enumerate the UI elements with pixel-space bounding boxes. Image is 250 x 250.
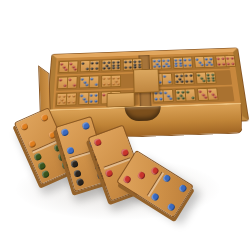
pip <box>176 91 179 94</box>
boxed-domino[interactable] <box>215 55 236 67</box>
pip <box>61 128 70 137</box>
pip <box>217 63 220 65</box>
pip <box>183 58 186 60</box>
pip <box>67 101 70 104</box>
pip <box>80 94 83 97</box>
pip <box>211 93 214 96</box>
pip <box>207 76 210 79</box>
pip <box>167 65 170 67</box>
pip <box>117 67 120 69</box>
finger-notch <box>125 106 161 121</box>
latch-block-2 <box>107 92 135 107</box>
pip <box>176 81 179 84</box>
pip <box>197 74 200 77</box>
domino-half <box>79 93 88 104</box>
pip <box>226 57 229 59</box>
pip <box>40 113 49 122</box>
pip <box>81 62 84 64</box>
pip <box>211 73 214 76</box>
pip <box>189 64 192 66</box>
pip <box>114 80 117 83</box>
pip <box>28 140 37 149</box>
pip <box>72 101 75 104</box>
domino-half <box>183 73 193 84</box>
pip <box>168 81 171 84</box>
domino-half <box>80 77 89 88</box>
boxed-domino[interactable] <box>194 56 215 68</box>
pip <box>95 100 98 103</box>
pip <box>81 78 84 81</box>
pip <box>91 62 94 64</box>
pip <box>76 178 85 187</box>
domino-half <box>68 61 78 71</box>
boxed-domino[interactable] <box>79 75 99 88</box>
product-photo <box>0 0 250 250</box>
pip <box>81 121 90 130</box>
pip <box>136 170 146 180</box>
pip <box>165 62 168 64</box>
tile-row-back <box>150 55 229 72</box>
pip <box>90 68 93 70</box>
pip <box>175 74 178 77</box>
pip <box>103 61 106 63</box>
domino-half <box>124 59 133 69</box>
pip <box>124 67 127 69</box>
pip <box>231 57 234 59</box>
domino-half <box>207 89 218 100</box>
tile-row-middle <box>56 73 138 90</box>
pip <box>177 97 180 100</box>
pip <box>83 81 86 84</box>
latch-block <box>133 69 159 93</box>
pip <box>185 74 188 77</box>
pip <box>192 97 195 100</box>
pip <box>162 65 165 67</box>
pip <box>93 137 102 146</box>
pip <box>103 67 106 69</box>
pip <box>48 131 57 140</box>
boxed-domino[interactable] <box>197 88 219 101</box>
pip <box>214 96 217 99</box>
pip <box>200 77 203 80</box>
domino-half <box>88 93 98 104</box>
pip <box>96 61 99 63</box>
boxed-domino[interactable] <box>78 92 99 105</box>
domino-half <box>185 89 196 100</box>
pip <box>163 75 166 78</box>
boxed-domino[interactable] <box>195 71 216 84</box>
pip <box>208 90 211 93</box>
pip <box>102 77 105 80</box>
domino-half <box>111 60 120 70</box>
pip <box>212 79 215 82</box>
pip <box>70 159 79 168</box>
pip <box>164 91 167 94</box>
pip <box>210 64 213 66</box>
pip <box>95 84 98 87</box>
pip <box>117 83 120 86</box>
domino-half <box>102 60 111 70</box>
pip <box>205 58 208 60</box>
pip <box>89 100 92 103</box>
pip <box>212 76 215 79</box>
pip <box>188 58 191 60</box>
boxed-domino[interactable] <box>57 76 78 89</box>
domino-half <box>182 57 192 67</box>
pip <box>190 74 193 77</box>
pip <box>73 169 82 178</box>
pip <box>102 93 105 96</box>
pip <box>169 98 172 101</box>
tile-row-back <box>57 58 138 75</box>
pip <box>133 66 136 68</box>
pip <box>153 59 156 61</box>
pip <box>60 98 63 101</box>
pip <box>138 66 141 68</box>
tile-row-middle <box>151 70 232 87</box>
pip <box>68 78 71 81</box>
pip <box>162 59 165 61</box>
pip <box>190 80 193 83</box>
pip <box>185 80 188 83</box>
pip <box>174 65 177 67</box>
domino-half <box>224 56 235 66</box>
domino-half <box>89 76 99 87</box>
domino-half <box>111 76 121 87</box>
pip <box>73 84 76 87</box>
pip <box>37 161 46 170</box>
pip <box>41 170 50 179</box>
domino-half <box>162 74 172 85</box>
boxed-domino[interactable] <box>80 60 100 72</box>
pip <box>95 68 98 70</box>
pip <box>178 184 188 194</box>
boxed-domino[interactable] <box>58 61 78 73</box>
right-compartment <box>150 53 235 109</box>
pip <box>184 64 187 66</box>
pip <box>20 122 29 131</box>
pip <box>90 77 93 80</box>
pip <box>124 60 127 62</box>
pip <box>227 63 230 65</box>
domino-half <box>161 58 171 68</box>
pip <box>105 64 108 66</box>
pip <box>67 95 70 98</box>
pip <box>122 174 132 184</box>
boxed-domino[interactable] <box>173 57 193 69</box>
pip <box>207 61 210 63</box>
pip <box>167 202 177 212</box>
tile-row-front <box>152 86 235 104</box>
pip <box>95 94 98 97</box>
domino-half <box>102 76 111 87</box>
pip <box>153 66 156 68</box>
boxed-domino[interactable] <box>56 93 77 106</box>
domino-half <box>89 61 99 71</box>
pip <box>33 152 42 161</box>
pip <box>198 90 201 93</box>
pip <box>120 149 129 158</box>
pip <box>179 94 182 97</box>
pip <box>155 62 158 64</box>
pip <box>232 63 235 65</box>
pip <box>58 95 61 98</box>
pip <box>90 94 93 97</box>
pip <box>209 58 212 60</box>
pip <box>59 78 62 81</box>
pip <box>112 83 115 86</box>
pip <box>74 68 77 70</box>
pip <box>198 61 201 63</box>
domino-half <box>132 59 142 69</box>
boxed-domino[interactable] <box>101 75 121 88</box>
pip <box>206 73 209 76</box>
pip <box>66 146 75 155</box>
pip <box>195 58 198 60</box>
domino-half <box>205 72 216 83</box>
boxed-domino[interactable] <box>174 72 195 85</box>
pip <box>205 64 208 66</box>
pip <box>112 67 115 69</box>
domino-half <box>162 90 172 101</box>
pip <box>178 77 181 80</box>
pip <box>57 101 60 104</box>
pip <box>105 168 114 177</box>
pip <box>154 98 157 101</box>
pip <box>73 94 76 97</box>
pip <box>117 76 120 79</box>
pip <box>201 93 204 96</box>
pip <box>112 77 115 80</box>
boxed-domino[interactable] <box>101 59 121 71</box>
pip <box>167 59 170 61</box>
domino-half <box>66 93 76 104</box>
pip <box>167 94 170 97</box>
boxed-domino[interactable] <box>175 88 196 101</box>
pip <box>82 97 85 100</box>
pip <box>186 90 189 93</box>
pip <box>217 57 220 59</box>
domino-half <box>203 57 213 67</box>
pip <box>102 83 105 86</box>
domino-half <box>67 77 77 88</box>
pip <box>207 80 210 83</box>
